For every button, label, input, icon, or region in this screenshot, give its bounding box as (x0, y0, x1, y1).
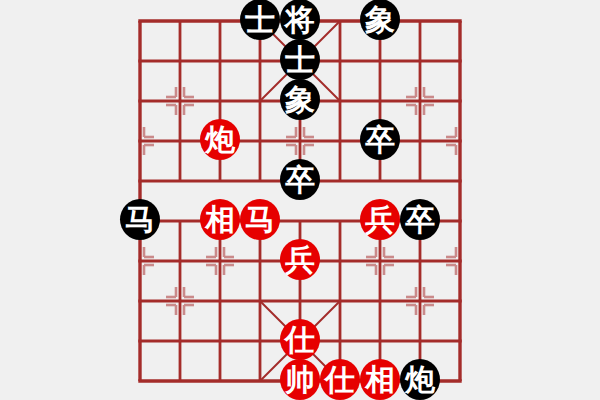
piece-red-elephant[interactable]: 相 (200, 199, 240, 240)
board-point-2-5[interactable]: 相 (200, 201, 240, 241)
board-point-7-1[interactable] (400, 41, 440, 81)
piece-black-king[interactable]: 将 (280, 0, 320, 40)
board-grid: 士将象士象炮卒卒马相马兵卒兵仕帅仕相炮 (120, 1, 480, 400)
board-point-2-0[interactable] (200, 1, 240, 41)
board-point-3-4[interactable] (240, 161, 280, 201)
board-point-3-2[interactable] (240, 81, 280, 121)
board-point-7-6[interactable] (400, 241, 440, 281)
piece-black-pawn[interactable]: 卒 (400, 199, 440, 240)
board-point-1-5[interactable] (160, 201, 200, 241)
board-point-2-9[interactable] (200, 361, 240, 400)
board-point-3-6[interactable] (240, 241, 280, 281)
piece-black-elephant[interactable]: 象 (280, 79, 320, 120)
board-point-0-9[interactable] (120, 361, 160, 400)
board-point-7-2[interactable] (400, 81, 440, 121)
board-point-5-5[interactable] (320, 201, 360, 241)
board-point-6-6[interactable] (360, 241, 400, 281)
board-point-6-1[interactable] (360, 41, 400, 81)
board-point-6-4[interactable] (360, 161, 400, 201)
board-point-7-7[interactable] (400, 281, 440, 321)
piece-red-pawn[interactable]: 兵 (360, 199, 400, 240)
board-point-8-9[interactable] (440, 361, 480, 400)
board-point-7-8[interactable] (400, 321, 440, 361)
board-point-2-3[interactable]: 炮 (200, 121, 240, 161)
board-point-0-6[interactable] (120, 241, 160, 281)
board-point-5-1[interactable] (320, 41, 360, 81)
board-point-3-3[interactable] (240, 121, 280, 161)
piece-red-king[interactable]: 帅 (280, 359, 320, 400)
board-point-5-3[interactable] (320, 121, 360, 161)
board-point-8-0[interactable] (440, 1, 480, 41)
board-point-0-2[interactable] (120, 81, 160, 121)
board-point-5-8[interactable] (320, 321, 360, 361)
board-point-3-5[interactable]: 马 (240, 201, 280, 241)
xiangqi-board: 士将象士象炮卒卒马相马兵卒兵仕帅仕相炮 (0, 0, 600, 400)
board-point-7-3[interactable] (400, 121, 440, 161)
board-point-7-0[interactable] (400, 1, 440, 41)
piece-red-advisor[interactable]: 仕 (320, 359, 360, 400)
board-point-4-8[interactable]: 仕 (280, 321, 320, 361)
board-point-0-0[interactable] (120, 1, 160, 41)
board-point-7-5[interactable]: 卒 (400, 201, 440, 241)
board-point-6-7[interactable] (360, 281, 400, 321)
piece-red-pawn[interactable]: 兵 (280, 239, 320, 280)
board-point-3-8[interactable] (240, 321, 280, 361)
board-point-2-2[interactable] (200, 81, 240, 121)
board-point-6-0[interactable]: 象 (360, 1, 400, 41)
board-point-0-4[interactable] (120, 161, 160, 201)
piece-red-elephant[interactable]: 相 (360, 359, 400, 400)
board-point-7-4[interactable] (400, 161, 440, 201)
board-point-5-6[interactable] (320, 241, 360, 281)
board-point-0-5[interactable]: 马 (120, 201, 160, 241)
piece-black-advisor[interactable]: 士 (280, 39, 320, 80)
board-point-8-1[interactable] (440, 41, 480, 81)
board-point-4-3[interactable] (280, 121, 320, 161)
board-point-0-8[interactable] (120, 321, 160, 361)
board-point-5-4[interactable] (320, 161, 360, 201)
board-point-8-4[interactable] (440, 161, 480, 201)
board-point-2-8[interactable] (200, 321, 240, 361)
piece-black-cannon[interactable]: 炮 (400, 359, 440, 400)
board-point-2-7[interactable] (200, 281, 240, 321)
board-point-4-9[interactable]: 帅 (280, 361, 320, 400)
board-point-0-7[interactable] (120, 281, 160, 321)
piece-black-advisor[interactable]: 士 (240, 0, 280, 40)
board-point-0-1[interactable] (120, 41, 160, 81)
board-point-1-7[interactable] (160, 281, 200, 321)
board-point-6-5[interactable]: 兵 (360, 201, 400, 241)
board-point-1-4[interactable] (160, 161, 200, 201)
piece-black-horse[interactable]: 马 (120, 199, 160, 240)
piece-red-advisor[interactable]: 仕 (280, 319, 320, 360)
board-point-1-6[interactable] (160, 241, 200, 281)
board-point-2-6[interactable] (200, 241, 240, 281)
piece-black-pawn[interactable]: 卒 (360, 119, 400, 160)
board-point-1-1[interactable] (160, 41, 200, 81)
board-point-3-0[interactable]: 士 (240, 1, 280, 41)
board-point-5-7[interactable] (320, 281, 360, 321)
board-point-3-7[interactable] (240, 281, 280, 321)
piece-red-cannon[interactable]: 炮 (200, 119, 240, 160)
piece-red-horse[interactable]: 马 (240, 199, 280, 240)
board-point-1-8[interactable] (160, 321, 200, 361)
board-point-1-9[interactable] (160, 361, 200, 400)
board-point-4-4[interactable]: 卒 (280, 161, 320, 201)
board-point-8-6[interactable] (440, 241, 480, 281)
board-point-5-0[interactable] (320, 1, 360, 41)
board-point-3-9[interactable] (240, 361, 280, 400)
board-point-6-8[interactable] (360, 321, 400, 361)
board-point-2-4[interactable] (200, 161, 240, 201)
board-point-4-2[interactable]: 象 (280, 81, 320, 121)
board-point-8-3[interactable] (440, 121, 480, 161)
board-point-6-9[interactable]: 相 (360, 361, 400, 400)
board-point-1-0[interactable] (160, 1, 200, 41)
board-point-6-2[interactable] (360, 81, 400, 121)
board-point-3-1[interactable] (240, 41, 280, 81)
board-point-1-3[interactable] (160, 121, 200, 161)
board-point-8-2[interactable] (440, 81, 480, 121)
board-point-4-0[interactable]: 将 (280, 1, 320, 41)
board-point-5-9[interactable]: 仕 (320, 361, 360, 400)
board-point-4-1[interactable]: 士 (280, 41, 320, 81)
piece-black-pawn[interactable]: 卒 (280, 159, 320, 200)
board-point-0-3[interactable] (120, 121, 160, 161)
piece-black-elephant[interactable]: 象 (360, 0, 400, 40)
board-point-4-6[interactable]: 兵 (280, 241, 320, 281)
board-point-8-5[interactable] (440, 201, 480, 241)
board-point-7-9[interactable]: 炮 (400, 361, 440, 400)
board-point-1-2[interactable] (160, 81, 200, 121)
board-point-2-1[interactable] (200, 41, 240, 81)
board-point-8-8[interactable] (440, 321, 480, 361)
board-point-8-7[interactable] (440, 281, 480, 321)
board-point-4-5[interactable] (280, 201, 320, 241)
board-point-5-2[interactable] (320, 81, 360, 121)
board-point-4-7[interactable] (280, 281, 320, 321)
board-point-6-3[interactable]: 卒 (360, 121, 400, 161)
